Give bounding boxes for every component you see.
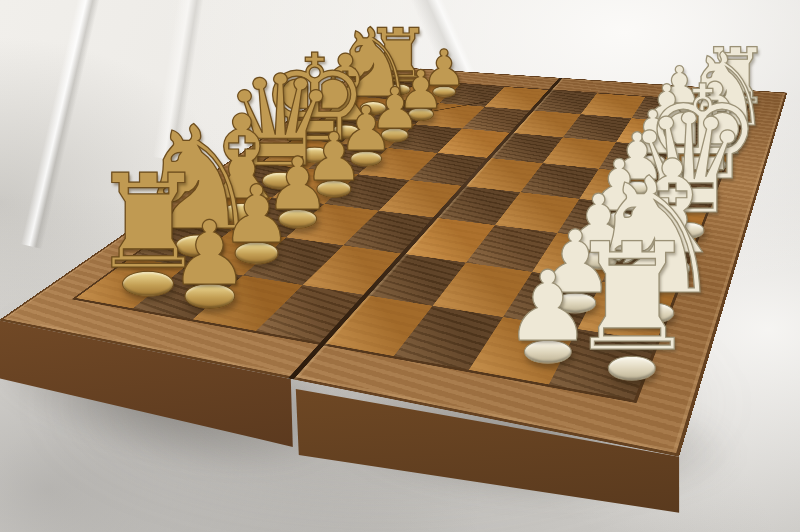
pieces-layer: ♜♞♝♛♚♝♞♜♟♟♟♟♟♟♟♟♟♟♟♟♟♟♟♟♜♞♝♛♚♝♞♜ [0, 0, 800, 532]
black-pawn-icon: ♟ [170, 210, 249, 299]
scene: ♜♞♝♛♚♝♞♜♟♟♟♟♟♟♟♟♟♟♟♟♟♟♟♟♜♞♝♛♚♝♞♜ [0, 0, 800, 532]
white-rook-icon: ♜ [566, 224, 699, 373]
